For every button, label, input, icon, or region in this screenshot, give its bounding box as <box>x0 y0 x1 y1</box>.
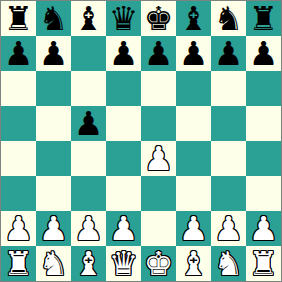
square-d2[interactable]: ♟ <box>106 211 141 246</box>
square-h6[interactable] <box>246 71 281 106</box>
square-b6[interactable] <box>36 71 71 106</box>
square-c2[interactable]: ♟ <box>71 211 106 246</box>
square-c1[interactable]: ♝ <box>71 246 106 281</box>
square-e2[interactable] <box>141 211 176 246</box>
square-c8[interactable]: ♝ <box>71 1 106 36</box>
piece-black-bishop[interactable]: ♝ <box>74 1 104 36</box>
square-a6[interactable] <box>1 71 36 106</box>
square-e3[interactable] <box>141 176 176 211</box>
square-e1[interactable]: ♚ <box>141 246 176 281</box>
square-f8[interactable]: ♝ <box>176 1 211 36</box>
square-d8[interactable]: ♛ <box>106 1 141 36</box>
square-h7[interactable]: ♟ <box>246 36 281 71</box>
square-f6[interactable] <box>176 71 211 106</box>
square-f7[interactable]: ♟ <box>176 36 211 71</box>
square-f4[interactable] <box>176 141 211 176</box>
piece-white-pawn[interactable]: ♟ <box>144 141 174 176</box>
piece-white-pawn[interactable]: ♟ <box>214 211 244 246</box>
piece-white-king[interactable]: ♚ <box>144 246 174 281</box>
piece-white-pawn[interactable]: ♟ <box>4 211 34 246</box>
square-e6[interactable] <box>141 71 176 106</box>
square-g3[interactable] <box>211 176 246 211</box>
square-d4[interactable] <box>106 141 141 176</box>
piece-black-knight[interactable]: ♞ <box>214 1 244 36</box>
piece-white-bishop[interactable]: ♝ <box>74 246 104 281</box>
piece-black-pawn[interactable]: ♟ <box>214 36 244 71</box>
piece-black-pawn[interactable]: ♟ <box>144 36 174 71</box>
square-d7[interactable]: ♟ <box>106 36 141 71</box>
square-b8[interactable]: ♞ <box>36 1 71 36</box>
square-a4[interactable] <box>1 141 36 176</box>
piece-black-rook[interactable]: ♜ <box>4 1 34 36</box>
square-g7[interactable]: ♟ <box>211 36 246 71</box>
square-a1[interactable]: ♜ <box>1 246 36 281</box>
square-g8[interactable]: ♞ <box>211 1 246 36</box>
square-f5[interactable] <box>176 106 211 141</box>
piece-black-pawn[interactable]: ♟ <box>74 106 104 141</box>
square-h5[interactable] <box>246 106 281 141</box>
square-d6[interactable] <box>106 71 141 106</box>
piece-white-knight[interactable]: ♞ <box>39 246 69 281</box>
piece-white-rook[interactable]: ♜ <box>4 246 34 281</box>
piece-white-pawn[interactable]: ♟ <box>39 211 69 246</box>
piece-black-queen[interactable]: ♛ <box>109 1 139 36</box>
square-a8[interactable]: ♜ <box>1 1 36 36</box>
piece-black-rook[interactable]: ♜ <box>249 1 279 36</box>
square-c3[interactable] <box>71 176 106 211</box>
square-d5[interactable] <box>106 106 141 141</box>
square-e8[interactable]: ♚ <box>141 1 176 36</box>
square-g2[interactable]: ♟ <box>211 211 246 246</box>
square-a2[interactable]: ♟ <box>1 211 36 246</box>
piece-white-queen[interactable]: ♛ <box>109 246 139 281</box>
square-e4[interactable]: ♟ <box>141 141 176 176</box>
piece-white-rook[interactable]: ♜ <box>249 246 279 281</box>
piece-white-pawn[interactable]: ♟ <box>109 211 139 246</box>
piece-black-pawn[interactable]: ♟ <box>179 36 209 71</box>
chess-board: ♜♞♝♛♚♝♞♜♟♟♟♟♟♟♟♟♟♟♟♟♟♟♟♟♜♞♝♛♚♝♞♜ <box>0 0 282 282</box>
square-f2[interactable]: ♟ <box>176 211 211 246</box>
square-f3[interactable] <box>176 176 211 211</box>
piece-black-pawn[interactable]: ♟ <box>109 36 139 71</box>
square-e5[interactable] <box>141 106 176 141</box>
square-d1[interactable]: ♛ <box>106 246 141 281</box>
square-b7[interactable]: ♟ <box>36 36 71 71</box>
square-b2[interactable]: ♟ <box>36 211 71 246</box>
square-c7[interactable] <box>71 36 106 71</box>
piece-white-pawn[interactable]: ♟ <box>249 211 279 246</box>
piece-black-pawn[interactable]: ♟ <box>39 36 69 71</box>
piece-white-bishop[interactable]: ♝ <box>179 246 209 281</box>
square-g5[interactable] <box>211 106 246 141</box>
square-h1[interactable]: ♜ <box>246 246 281 281</box>
square-h4[interactable] <box>246 141 281 176</box>
square-a3[interactable] <box>1 176 36 211</box>
square-c4[interactable] <box>71 141 106 176</box>
piece-white-knight[interactable]: ♞ <box>214 246 244 281</box>
square-b1[interactable]: ♞ <box>36 246 71 281</box>
square-g6[interactable] <box>211 71 246 106</box>
piece-black-pawn[interactable]: ♟ <box>249 36 279 71</box>
square-b3[interactable] <box>36 176 71 211</box>
piece-black-king[interactable]: ♚ <box>144 1 174 36</box>
square-b5[interactable] <box>36 106 71 141</box>
piece-white-pawn[interactable]: ♟ <box>179 211 209 246</box>
square-h8[interactable]: ♜ <box>246 1 281 36</box>
piece-white-pawn[interactable]: ♟ <box>74 211 104 246</box>
square-f1[interactable]: ♝ <box>176 246 211 281</box>
square-d3[interactable] <box>106 176 141 211</box>
square-c5[interactable]: ♟ <box>71 106 106 141</box>
square-b4[interactable] <box>36 141 71 176</box>
square-h3[interactable] <box>246 176 281 211</box>
piece-black-pawn[interactable]: ♟ <box>4 36 34 71</box>
piece-black-bishop[interactable]: ♝ <box>179 1 209 36</box>
square-h2[interactable]: ♟ <box>246 211 281 246</box>
square-e7[interactable]: ♟ <box>141 36 176 71</box>
piece-black-knight[interactable]: ♞ <box>39 1 69 36</box>
square-g1[interactable]: ♞ <box>211 246 246 281</box>
square-a7[interactable]: ♟ <box>1 36 36 71</box>
square-a5[interactable] <box>1 106 36 141</box>
square-g4[interactable] <box>211 141 246 176</box>
square-c6[interactable] <box>71 71 106 106</box>
